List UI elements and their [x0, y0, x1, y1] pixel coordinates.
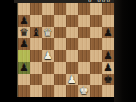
square-a5[interactable]: ♟	[18, 38, 30, 50]
chess-board: ♟♛♝♛♟♟♟♟♟♟♟♚♚	[18, 3, 114, 97]
square-h5[interactable]	[102, 38, 114, 50]
square-e2[interactable]: ♟	[66, 74, 78, 86]
black-pawn: ♟	[103, 50, 112, 62]
square-g1[interactable]	[90, 85, 102, 97]
black-pawn: ♟	[103, 27, 112, 39]
square-c6[interactable]: ♛	[42, 27, 54, 39]
square-h7[interactable]	[102, 15, 114, 27]
square-d5[interactable]	[54, 38, 66, 50]
square-g4[interactable]	[90, 50, 102, 62]
square-e4[interactable]	[66, 50, 78, 62]
square-h1[interactable]	[102, 85, 114, 97]
square-b6[interactable]: ♝	[30, 27, 42, 39]
square-b7[interactable]	[30, 15, 42, 27]
square-h3[interactable]: ♟	[102, 62, 114, 74]
square-c8[interactable]	[42, 3, 54, 15]
square-c1[interactable]	[42, 85, 54, 97]
square-g3[interactable]	[90, 62, 102, 74]
square-e3[interactable]	[66, 62, 78, 74]
black-bishop: ♝	[31, 27, 40, 39]
square-d1[interactable]	[54, 85, 66, 97]
square-g7[interactable]	[90, 15, 102, 27]
black-queen: ♛	[19, 27, 28, 39]
white-queen: ♛	[43, 27, 52, 39]
black-pawn: ♟	[19, 15, 28, 27]
square-c4[interactable]: ♟	[42, 50, 54, 62]
white-pawn: ♟	[67, 74, 76, 86]
square-b3[interactable]	[30, 62, 42, 74]
square-h6[interactable]: ♟	[102, 27, 114, 39]
black-king: ♚	[103, 74, 112, 86]
square-g8[interactable]	[90, 3, 102, 15]
square-d8[interactable]	[54, 3, 66, 15]
square-e8[interactable]	[66, 3, 78, 15]
square-d4[interactable]	[54, 50, 66, 62]
black-pawn: ♟	[103, 62, 112, 74]
square-c7[interactable]	[42, 15, 54, 27]
black-pawn: ♟	[19, 62, 28, 74]
square-c3[interactable]	[42, 62, 54, 74]
square-a1[interactable]	[18, 85, 30, 97]
square-f8[interactable]	[78, 3, 90, 15]
square-b4[interactable]	[30, 50, 42, 62]
square-d3[interactable]	[54, 62, 66, 74]
square-a8[interactable]	[18, 3, 30, 15]
square-b2[interactable]	[30, 74, 42, 86]
square-b1[interactable]	[30, 85, 42, 97]
square-d2[interactable]	[54, 74, 66, 86]
square-a2[interactable]	[18, 74, 30, 86]
square-c2[interactable]	[42, 74, 54, 86]
white-pawn: ♟	[43, 50, 52, 62]
square-d7[interactable]	[54, 15, 66, 27]
square-h4[interactable]: ♟	[102, 50, 114, 62]
square-f4[interactable]	[78, 50, 90, 62]
square-a4[interactable]	[18, 50, 30, 62]
right-gutter	[114, 0, 136, 102]
square-e6[interactable]	[66, 27, 78, 39]
square-f3[interactable]	[78, 62, 90, 74]
square-h2[interactable]: ♚	[102, 74, 114, 86]
square-f1[interactable]: ♚	[78, 85, 90, 97]
square-h8[interactable]	[102, 3, 114, 15]
square-e1[interactable]	[66, 85, 78, 97]
square-g2[interactable]	[90, 74, 102, 86]
square-f7[interactable]	[78, 15, 90, 27]
square-d6[interactable]	[54, 27, 66, 39]
square-e7[interactable]	[66, 15, 78, 27]
black-pawn: ♟	[19, 38, 28, 50]
square-c5[interactable]	[42, 38, 54, 50]
square-b8[interactable]	[30, 3, 42, 15]
square-a3[interactable]: ♟	[18, 62, 30, 74]
square-f2[interactable]	[78, 74, 90, 86]
square-a6[interactable]: ♛	[18, 27, 30, 39]
square-b5[interactable]	[30, 38, 42, 50]
square-g5[interactable]	[90, 38, 102, 50]
square-f6[interactable]	[78, 27, 90, 39]
square-f5[interactable]	[78, 38, 90, 50]
square-g6[interactable]	[90, 27, 102, 39]
square-a7[interactable]: ♟	[18, 15, 30, 27]
square-e5[interactable]	[66, 38, 78, 50]
white-king: ♚	[79, 85, 88, 97]
